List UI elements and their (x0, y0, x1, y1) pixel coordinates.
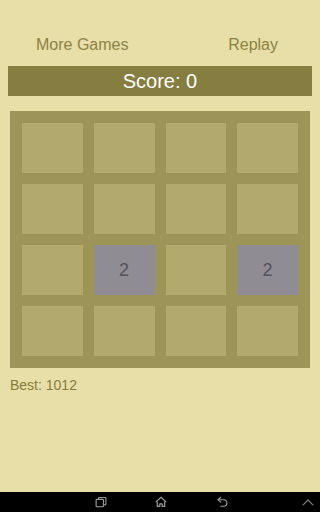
home-icon[interactable] (154, 495, 169, 509)
cell-empty (237, 123, 298, 173)
recents-icon[interactable] (95, 496, 108, 509)
cell-empty (166, 123, 227, 173)
android-navigation-bar (0, 492, 320, 512)
cell-empty (166, 184, 227, 234)
best-score-label: Best: 1012 (10, 376, 77, 394)
app-screen: More Games Replay Score: 0 22 Best: 1012 (0, 0, 320, 512)
replay-button[interactable]: Replay (228, 34, 278, 56)
cell-empty (22, 245, 83, 295)
more-games-button[interactable]: More Games (36, 34, 128, 56)
tile-2: 2 (94, 245, 155, 295)
cell-empty (22, 184, 83, 234)
tile-2: 2 (237, 245, 298, 295)
cell-empty (94, 184, 155, 234)
cell-empty (22, 123, 83, 173)
game-content: More Games Replay Score: 0 22 Best: 1012 (0, 0, 320, 492)
board[interactable]: 22 (10, 111, 310, 368)
cell-empty (166, 245, 227, 295)
cell-empty (237, 184, 298, 234)
cell-empty (94, 306, 155, 356)
back-icon[interactable] (215, 496, 229, 509)
score-bar: Score: 0 (8, 66, 312, 96)
cell-empty (166, 306, 227, 356)
cell-empty (22, 306, 83, 356)
cell-empty (94, 123, 155, 173)
collapse-icon[interactable] (302, 498, 315, 507)
cell-empty (237, 306, 298, 356)
